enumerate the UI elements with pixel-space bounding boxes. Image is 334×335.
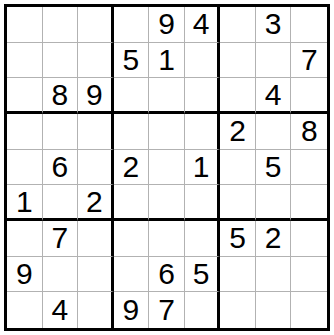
cell-r7c4-empty[interactable] <box>114 221 150 257</box>
cell-r4c4-empty[interactable] <box>114 114 150 150</box>
cell-r7c3-empty[interactable] <box>78 221 114 257</box>
cell-r3c2-given: 8 <box>43 78 79 114</box>
cell-r7c1-empty[interactable] <box>7 221 43 257</box>
cell-r4c9-given: 8 <box>291 114 327 150</box>
cell-r8c3-empty[interactable] <box>78 257 114 293</box>
cell-r3c4-empty[interactable] <box>114 78 150 114</box>
cell-r1c8-given: 3 <box>256 7 292 43</box>
cell-r6c8-empty[interactable] <box>256 185 292 221</box>
cell-r6c1-given: 1 <box>7 185 43 221</box>
cell-r8c8-empty[interactable] <box>256 257 292 293</box>
cell-r7c2-given: 7 <box>43 221 79 257</box>
cell-r9c4-given: 9 <box>114 292 150 328</box>
cell-r4c6-empty[interactable] <box>185 114 221 150</box>
cell-r1c2-empty[interactable] <box>43 7 79 43</box>
cell-r6c7-empty[interactable] <box>220 185 256 221</box>
cell-r5c2-given: 6 <box>43 150 79 186</box>
cell-r3c3-given: 9 <box>78 78 114 114</box>
cell-r1c7-empty[interactable] <box>220 7 256 43</box>
cell-r9c9-empty[interactable] <box>291 292 327 328</box>
cell-r1c3-empty[interactable] <box>78 7 114 43</box>
cell-r2c1-empty[interactable] <box>7 43 43 79</box>
cell-r5c1-empty[interactable] <box>7 150 43 186</box>
cell-r3c5-empty[interactable] <box>149 78 185 114</box>
cell-r5c3-empty[interactable] <box>78 150 114 186</box>
sudoku-board: 94351789428621512752965497 <box>4 4 330 331</box>
cell-r5c6-given: 1 <box>185 150 221 186</box>
cell-r8c5-given: 6 <box>149 257 185 293</box>
cell-r2c3-empty[interactable] <box>78 43 114 79</box>
cell-r8c1-given: 9 <box>7 257 43 293</box>
cell-r4c1-empty[interactable] <box>7 114 43 150</box>
cell-r1c1-empty[interactable] <box>7 7 43 43</box>
cell-r9c5-given: 7 <box>149 292 185 328</box>
cell-r9c7-empty[interactable] <box>220 292 256 328</box>
cell-r4c7-given: 2 <box>220 114 256 150</box>
cell-r9c6-empty[interactable] <box>185 292 221 328</box>
cell-r4c8-empty[interactable] <box>256 114 292 150</box>
cell-r5c4-given: 2 <box>114 150 150 186</box>
cell-r7c8-given: 2 <box>256 221 292 257</box>
cell-r8c9-empty[interactable] <box>291 257 327 293</box>
cell-r6c9-empty[interactable] <box>291 185 327 221</box>
cell-r6c3-given: 2 <box>78 185 114 221</box>
cell-r2c5-given: 1 <box>149 43 185 79</box>
cell-r6c4-empty[interactable] <box>114 185 150 221</box>
cell-r3c1-empty[interactable] <box>7 78 43 114</box>
cell-r2c6-empty[interactable] <box>185 43 221 79</box>
cell-r7c7-given: 5 <box>220 221 256 257</box>
cell-r3c9-empty[interactable] <box>291 78 327 114</box>
cell-r2c7-empty[interactable] <box>220 43 256 79</box>
cell-r9c1-empty[interactable] <box>7 292 43 328</box>
sudoku-page: 94351789428621512752965497 <box>0 0 334 335</box>
cell-r3c8-given: 4 <box>256 78 292 114</box>
cell-r9c3-empty[interactable] <box>78 292 114 328</box>
cell-r6c2-empty[interactable] <box>43 185 79 221</box>
cell-r1c4-empty[interactable] <box>114 7 150 43</box>
cell-r7c6-empty[interactable] <box>185 221 221 257</box>
cell-r4c3-empty[interactable] <box>78 114 114 150</box>
cell-r3c7-empty[interactable] <box>220 78 256 114</box>
cell-r2c9-given: 7 <box>291 43 327 79</box>
cell-r6c5-empty[interactable] <box>149 185 185 221</box>
cell-r8c4-empty[interactable] <box>114 257 150 293</box>
cell-r9c2-given: 4 <box>43 292 79 328</box>
cell-r5c5-empty[interactable] <box>149 150 185 186</box>
cell-r8c6-given: 5 <box>185 257 221 293</box>
cell-r2c4-given: 5 <box>114 43 150 79</box>
cell-r7c9-empty[interactable] <box>291 221 327 257</box>
cell-r7c5-empty[interactable] <box>149 221 185 257</box>
cell-r1c5-given: 9 <box>149 7 185 43</box>
cell-r8c2-empty[interactable] <box>43 257 79 293</box>
cell-r4c2-empty[interactable] <box>43 114 79 150</box>
cell-r5c9-empty[interactable] <box>291 150 327 186</box>
cell-r6c6-empty[interactable] <box>185 185 221 221</box>
cell-r1c6-given: 4 <box>185 7 221 43</box>
cell-r2c8-empty[interactable] <box>256 43 292 79</box>
cell-r1c9-empty[interactable] <box>291 7 327 43</box>
cell-r3c6-empty[interactable] <box>185 78 221 114</box>
cell-r9c8-empty[interactable] <box>256 292 292 328</box>
cell-r5c8-given: 5 <box>256 150 292 186</box>
cell-r5c7-empty[interactable] <box>220 150 256 186</box>
cell-r4c5-empty[interactable] <box>149 114 185 150</box>
cell-r2c2-empty[interactable] <box>43 43 79 79</box>
cell-r8c7-empty[interactable] <box>220 257 256 293</box>
